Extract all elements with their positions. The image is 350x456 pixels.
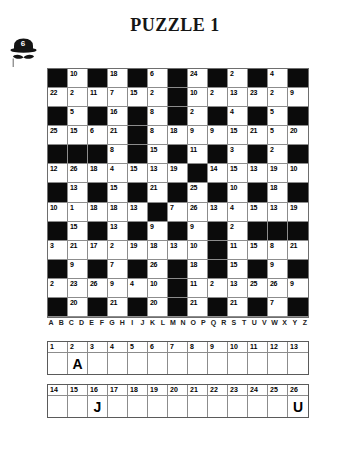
grid-cell[interactable]: 15 — [108, 183, 128, 202]
grid-cell[interactable]: 2 — [208, 279, 228, 298]
grid-cell[interactable]: 19 — [168, 164, 188, 183]
decoder-column: 20 — [168, 385, 188, 417]
grid-cell[interactable]: 25 — [248, 279, 268, 298]
cell-number: 15 — [230, 127, 237, 134]
grid-cell[interactable]: 13 — [168, 241, 188, 260]
grid-cell[interactable]: 4 — [268, 69, 288, 88]
decoder-letter-cell[interactable] — [248, 353, 267, 374]
grid-cell[interactable]: 10 — [48, 203, 68, 222]
cell-number: 4 — [230, 108, 234, 115]
grid-cell[interactable]: 9 — [108, 279, 128, 298]
black-cell — [168, 183, 188, 202]
alphabet-letter: P — [198, 319, 208, 326]
cell-number: 26 — [150, 261, 157, 268]
cell-number: 13 — [110, 223, 117, 230]
black-cell — [208, 69, 228, 88]
cell-number: 26 — [190, 204, 197, 211]
black-cell — [208, 107, 228, 126]
decoder-table-1: 12A345678910111213 — [47, 341, 309, 375]
black-cell — [168, 88, 188, 107]
cell-number: 19 — [270, 165, 277, 172]
alphabet-letter: E — [87, 319, 97, 326]
grid-cell[interactable]: 7 — [108, 88, 128, 107]
decoder-number: 25 — [268, 385, 287, 396]
codeword-grid: 1018624242221171521021323295168245251562… — [47, 68, 309, 318]
black-cell — [88, 107, 108, 126]
page-title: PUZZLE 1 — [0, 15, 350, 36]
decoder-column: 25 — [268, 385, 288, 417]
grid-cell[interactable]: 20 — [68, 298, 88, 317]
cell-number: 7 — [170, 204, 174, 211]
grid-cell[interactable]: 8 — [108, 145, 128, 164]
grid-cell[interactable]: 21 — [108, 126, 128, 145]
grid-cell[interactable]: 10 — [228, 183, 248, 202]
decoder-letter-cell[interactable] — [88, 353, 107, 374]
decoder-number: 22 — [208, 385, 227, 396]
cell-number: 3 — [230, 146, 234, 153]
page: { "game": "codeword", "header": { "title… — [0, 0, 350, 456]
grid-cell[interactable]: 13 — [228, 279, 248, 298]
decoder-letter-cell[interactable] — [288, 353, 308, 374]
decoder-number: 5 — [128, 342, 147, 353]
black-cell — [268, 222, 288, 241]
decoder-number: 15 — [68, 385, 87, 396]
decoder-column: 6 — [148, 342, 168, 374]
black-cell — [168, 107, 188, 126]
black-cell — [208, 222, 228, 241]
cell-number: 2 — [270, 146, 274, 153]
alphabet-letter: L — [158, 319, 168, 326]
black-cell — [148, 203, 168, 222]
decoder-letter-cell[interactable] — [48, 353, 67, 374]
black-cell — [128, 145, 148, 164]
grid-cell[interactable]: 4 — [228, 203, 248, 222]
grid-cell[interactable]: 23 — [68, 279, 88, 298]
grid-cell[interactable]: 18 — [268, 183, 288, 202]
decoder-letter-cell[interactable] — [188, 396, 207, 417]
grid-cell[interactable]: 19 — [268, 164, 288, 183]
cell-number: 11 — [190, 280, 197, 287]
decoder-number: 6 — [148, 342, 167, 353]
decoder-column: 23 — [228, 385, 248, 417]
decoder-column: 4 — [108, 342, 128, 374]
grid-cell[interactable]: 12 — [48, 164, 68, 183]
cell-number: 2 — [110, 242, 114, 249]
decoder-letter-cell[interactable] — [248, 396, 267, 417]
grid-cell[interactable]: 15 — [68, 222, 88, 241]
grid-cell[interactable]: 6 — [88, 126, 108, 145]
decoder-number: 21 — [188, 385, 207, 396]
black-cell — [128, 260, 148, 279]
cell-number: 19 — [170, 165, 177, 172]
grid-cell[interactable]: 9 — [208, 126, 228, 145]
cell-number: 16 — [110, 108, 117, 115]
cell-number: 26 — [270, 280, 277, 287]
black-cell — [208, 241, 228, 260]
cell-number: 26 — [70, 165, 77, 172]
grid-cell[interactable]: 13 — [268, 203, 288, 222]
decoder-column: 21 — [188, 385, 208, 417]
decoder-letter-cell[interactable] — [168, 396, 187, 417]
decoder-column: 8 — [188, 342, 208, 374]
decoder-number: 19 — [148, 385, 167, 396]
grid-cell[interactable]: 7 — [108, 260, 128, 279]
decoder-letter-cell[interactable]: U — [288, 396, 308, 417]
decoder-letter-cell[interactable] — [268, 396, 287, 417]
cell-number: 18 — [90, 204, 97, 211]
cell-number: 5 — [70, 108, 74, 115]
decoder-number: 14 — [48, 385, 67, 396]
alphabet-letter: G — [107, 319, 117, 326]
decoder-number: 26 — [288, 385, 308, 396]
alphabet-letter: N — [178, 319, 188, 326]
decoder-column: 5 — [128, 342, 148, 374]
cell-number: 6 — [90, 127, 94, 134]
alphabet-letter: A — [46, 319, 56, 326]
cell-number: 13 — [150, 165, 157, 172]
grid-cell[interactable]: 4 — [128, 279, 148, 298]
grid-cell[interactable]: 9 — [188, 126, 208, 145]
cell-number: 14 — [210, 165, 217, 172]
grid-cell[interactable]: 18 — [108, 203, 128, 222]
grid-cell[interactable]: 19 — [128, 241, 148, 260]
grid-cell[interactable]: 15 — [228, 260, 248, 279]
alphabet-letter: B — [56, 319, 66, 326]
black-cell — [88, 222, 108, 241]
grid-cell[interactable]: 19 — [288, 203, 308, 222]
cell-number: 2 — [270, 89, 274, 96]
grid-cell[interactable]: 16 — [108, 107, 128, 126]
black-cell — [288, 298, 308, 317]
grid-cell[interactable]: 21 — [108, 298, 128, 317]
grid-cell[interactable]: 2 — [228, 222, 248, 241]
cell-number: 13 — [170, 242, 177, 249]
cell-number: 15 — [250, 242, 257, 249]
badge-number: 6 — [9, 40, 37, 48]
cell-number: 2 — [150, 89, 154, 96]
grid-cell[interactable]: 2 — [148, 88, 168, 107]
grid-cell[interactable]: 10 — [188, 241, 208, 260]
mustache-icon — [13, 55, 34, 59]
grid-cell[interactable]: 18 — [108, 69, 128, 88]
decoder-column: 18 — [128, 385, 148, 417]
cell-number: 4 — [130, 280, 134, 287]
cell-number: 13 — [230, 89, 237, 96]
cell-number: 15 — [110, 184, 117, 191]
cell-number: 11 — [230, 242, 237, 249]
grid-cell[interactable]: 1 — [68, 203, 88, 222]
grid-cell[interactable]: 7 — [168, 203, 188, 222]
grid-cell[interactable]: 10 — [288, 164, 308, 183]
decoder-column: 10 — [228, 342, 248, 374]
cell-number: 5 — [270, 127, 274, 134]
cell-number: 25 — [50, 127, 57, 134]
grid-cell[interactable]: 21 — [188, 298, 208, 317]
grid-cell[interactable]: 2 — [68, 88, 88, 107]
black-cell — [248, 260, 268, 279]
grid-cell[interactable]: 26 — [88, 279, 108, 298]
decoder-number: 12 — [268, 342, 287, 353]
cell-number: 8 — [270, 242, 274, 249]
cell-number: 12 — [50, 165, 57, 172]
decoder-number: 24 — [248, 385, 267, 396]
alphabet-row: ABCDEFGHIJKLMNOPQRSTUVWXYZ — [46, 319, 310, 326]
black-cell — [288, 145, 308, 164]
decoder-letter-cell[interactable] — [68, 396, 87, 417]
black-cell — [128, 107, 148, 126]
alphabet-letter: C — [66, 319, 76, 326]
black-cell — [208, 298, 228, 317]
grid-cell[interactable]: 26 — [268, 279, 288, 298]
grid-cell[interactable]: 15 — [248, 241, 268, 260]
decoder-letter-cell[interactable] — [268, 353, 287, 374]
decoder-column: 24 — [248, 385, 268, 417]
cell-number: 7 — [270, 299, 274, 306]
decoder-column: 7 — [168, 342, 188, 374]
cell-number: 9 — [290, 280, 294, 287]
cell-number: 18 — [150, 242, 157, 249]
cell-number: 6 — [150, 70, 154, 77]
cell-number: 21 — [230, 299, 237, 306]
grid-cell[interactable]: 22 — [48, 88, 68, 107]
alphabet-letter: H — [117, 319, 127, 326]
decoder-letter-cell[interactable] — [148, 396, 167, 417]
grid-cell[interactable]: 6 — [148, 69, 168, 88]
decoder-number: 8 — [188, 342, 207, 353]
grid-cell[interactable]: 2 — [268, 145, 288, 164]
grid-cell[interactable]: 18 — [168, 126, 188, 145]
grid-cell[interactable]: 15 — [228, 126, 248, 145]
cell-number: 19 — [130, 242, 137, 249]
decoder-column: 14 — [48, 385, 68, 417]
grid-cell[interactable]: 18 — [148, 241, 168, 260]
alphabet-letter: K — [148, 319, 158, 326]
grid-cell[interactable]: 2 — [228, 69, 248, 88]
grid-cell[interactable]: 8 — [268, 241, 288, 260]
black-cell — [288, 107, 308, 126]
grid-cell[interactable]: 9 — [68, 260, 88, 279]
grid-cell[interactable]: 11 — [188, 145, 208, 164]
grid-cell[interactable]: 7 — [268, 298, 288, 317]
cell-number: 15 — [250, 204, 257, 211]
black-cell — [48, 222, 68, 241]
cell-number: 9 — [190, 223, 194, 230]
grid-cell[interactable]: 20 — [288, 126, 308, 145]
black-cell — [288, 222, 308, 241]
decoder-letter-cell[interactable] — [128, 353, 147, 374]
black-cell — [128, 69, 148, 88]
cell-number: 22 — [50, 89, 57, 96]
black-cell — [128, 126, 148, 145]
decoder-letter-cell[interactable] — [108, 396, 127, 417]
cell-number: 9 — [150, 223, 154, 230]
grid-cell[interactable]: 21 — [288, 241, 308, 260]
black-cell — [48, 145, 68, 164]
grid-cell[interactable]: 20 — [148, 298, 168, 317]
grid-cell[interactable]: 15 — [128, 164, 148, 183]
cell-number: 21 — [110, 127, 117, 134]
decoder-letter-cell[interactable] — [208, 353, 227, 374]
cell-number: 13 — [70, 184, 77, 191]
grid-cell[interactable]: 2 — [188, 107, 208, 126]
cell-number: 11 — [90, 89, 97, 96]
alphabet-letter: T — [239, 319, 249, 326]
grid-cell[interactable]: 10 — [148, 279, 168, 298]
decoder-letter-cell[interactable] — [228, 353, 247, 374]
grid-cell[interactable]: 13 — [128, 203, 148, 222]
black-cell — [128, 183, 148, 202]
grid-cell[interactable]: 10 — [188, 88, 208, 107]
cell-number: 17 — [90, 242, 97, 249]
decoder-number: 23 — [228, 385, 247, 396]
black-cell — [48, 298, 68, 317]
decoder-column: 12 — [268, 342, 288, 374]
decoder-letter-cell[interactable]: A — [68, 353, 87, 374]
grid-cell[interactable]: 8 — [148, 107, 168, 126]
decoder-letter-cell[interactable] — [168, 353, 187, 374]
cell-number: 9 — [270, 261, 274, 268]
cell-number: 13 — [210, 204, 217, 211]
grid-cell[interactable]: 26 — [188, 203, 208, 222]
black-cell — [188, 164, 208, 183]
cell-number: 9 — [210, 127, 214, 134]
black-cell — [128, 222, 148, 241]
decoder-column: 19 — [148, 385, 168, 417]
grid-cell[interactable]: 11 — [188, 279, 208, 298]
grid-cell[interactable]: 26 — [148, 260, 168, 279]
grid-cell[interactable]: 21 — [248, 126, 268, 145]
grid-cell[interactable]: 15 — [228, 164, 248, 183]
grid-cell[interactable]: 14 — [208, 164, 228, 183]
decoder-column: 16J — [88, 385, 108, 417]
grid-cell[interactable]: 2 — [48, 279, 68, 298]
alphabet-letter: I — [127, 319, 137, 326]
alphabet-letter: D — [76, 319, 86, 326]
grid-cell[interactable]: 11 — [88, 88, 108, 107]
cell-number: 25 — [190, 184, 197, 191]
grid-cell[interactable]: 2 — [208, 88, 228, 107]
grid-cell[interactable]: 18 — [88, 164, 108, 183]
grid-cell[interactable]: 5 — [268, 107, 288, 126]
decoder-table-2: 141516J17181920212223242526U — [47, 384, 309, 418]
grid-cell[interactable]: 21 — [68, 241, 88, 260]
grid-cell[interactable]: 13 — [208, 203, 228, 222]
grid-cell[interactable]: 2 — [108, 241, 128, 260]
decoder-letter-cell[interactable] — [148, 353, 167, 374]
grid-cell[interactable]: 13 — [68, 183, 88, 202]
cell-number: 20 — [290, 127, 297, 134]
cell-number: 23 — [70, 280, 77, 287]
cell-number: 10 — [190, 242, 197, 249]
cell-number: 10 — [70, 70, 77, 77]
grid-cell[interactable]: 17 — [88, 241, 108, 260]
cell-number: 15 — [230, 165, 237, 172]
grid-cell[interactable]: 9 — [288, 279, 308, 298]
grid-cell[interactable]: 3 — [48, 241, 68, 260]
cell-number: 4 — [110, 165, 114, 172]
grid-cell[interactable]: 24 — [188, 69, 208, 88]
grid-cell[interactable]: 15 — [68, 126, 88, 145]
grid-cell[interactable]: 10 — [68, 69, 88, 88]
decoder-letter-cell[interactable] — [128, 396, 147, 417]
black-cell — [248, 145, 268, 164]
decoder-column: 13 — [288, 342, 308, 374]
decoder-column: 9 — [208, 342, 228, 374]
cell-number: 18 — [170, 127, 177, 134]
grid-cell[interactable]: 15 — [128, 88, 148, 107]
cell-number: 20 — [70, 299, 77, 306]
grid-cell[interactable]: 26 — [68, 164, 88, 183]
grid-cell[interactable]: 21 — [148, 183, 168, 202]
grid-cell[interactable]: 15 — [248, 203, 268, 222]
grid-cell[interactable]: 21 — [228, 298, 248, 317]
grid-cell[interactable]: 4 — [108, 164, 128, 183]
grid-cell[interactable]: 5 — [68, 107, 88, 126]
black-cell — [208, 145, 228, 164]
cell-number: 9 — [70, 261, 74, 268]
decoder-letter-cell[interactable] — [188, 353, 207, 374]
grid-cell[interactable]: 9 — [148, 222, 168, 241]
alphabet-letter: W — [269, 319, 279, 326]
grid-cell[interactable]: 9 — [288, 88, 308, 107]
cell-number: 8 — [150, 127, 154, 134]
grid-cell[interactable]: 13 — [228, 88, 248, 107]
decoder-number: 1 — [48, 342, 67, 353]
black-cell — [128, 298, 148, 317]
black-cell — [88, 298, 108, 317]
grid-cell[interactable]: 13 — [148, 164, 168, 183]
decoder-column: 22 — [208, 385, 228, 417]
cell-number: 2 — [190, 108, 194, 115]
cell-number: 2 — [210, 280, 214, 287]
grid-cell[interactable]: 11 — [228, 241, 248, 260]
grid-cell[interactable]: 13 — [108, 222, 128, 241]
decoder-letter-cell[interactable] — [108, 353, 127, 374]
black-cell — [248, 183, 268, 202]
grid-cell[interactable]: 23 — [248, 88, 268, 107]
black-cell — [48, 183, 68, 202]
grid-cell[interactable]: 25 — [48, 126, 68, 145]
black-cell — [168, 298, 188, 317]
decoder-column: 26U — [288, 385, 308, 417]
black-cell — [88, 69, 108, 88]
decoder-letter-cell[interactable]: J — [88, 396, 107, 417]
grid-cell[interactable]: 25 — [188, 183, 208, 202]
decoder-letter-cell[interactable] — [208, 396, 227, 417]
grid-cell[interactable]: 4 — [228, 107, 248, 126]
grid-cell[interactable]: 9 — [188, 222, 208, 241]
alphabet-letter: X — [280, 319, 290, 326]
grid-cell[interactable]: 2 — [268, 88, 288, 107]
grid-cell[interactable]: 5 — [268, 126, 288, 145]
cell-number: 21 — [190, 299, 197, 306]
grid-cell[interactable]: 13 — [248, 164, 268, 183]
grid-cell[interactable]: 18 — [188, 260, 208, 279]
cell-number: 21 — [290, 242, 297, 249]
grid-cell[interactable]: 3 — [228, 145, 248, 164]
decoder-letter-cell[interactable] — [228, 396, 247, 417]
cell-number: 21 — [70, 242, 77, 249]
decoder-letter-cell[interactable] — [48, 396, 67, 417]
cell-number: 18 — [90, 165, 97, 172]
grid-cell[interactable]: 15 — [148, 145, 168, 164]
grid-cell[interactable]: 18 — [88, 203, 108, 222]
cell-number: 10 — [50, 204, 57, 211]
cell-number: 8 — [150, 108, 154, 115]
grid-cell[interactable]: 9 — [268, 260, 288, 279]
grid-cell[interactable]: 8 — [148, 126, 168, 145]
black-cell — [248, 107, 268, 126]
